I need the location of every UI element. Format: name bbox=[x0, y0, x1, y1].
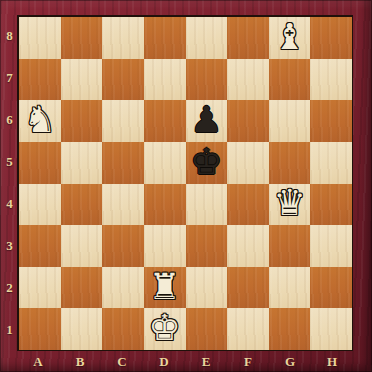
rank-label-1: 1 bbox=[0, 309, 17, 351]
square-f4[interactable] bbox=[227, 184, 269, 226]
square-a6[interactable]: ♞ bbox=[19, 100, 61, 142]
square-c1[interactable] bbox=[102, 308, 144, 350]
rank-label-4: 4 bbox=[0, 183, 17, 225]
square-h8[interactable] bbox=[310, 17, 352, 59]
square-g3[interactable] bbox=[269, 225, 311, 267]
file-label-c: C bbox=[101, 351, 143, 372]
rank-label-2: 2 bbox=[0, 267, 17, 309]
square-e5[interactable]: ♚ bbox=[186, 142, 228, 184]
file-label-g: G bbox=[269, 351, 311, 372]
rank-label-3: 3 bbox=[0, 225, 17, 267]
square-b8[interactable] bbox=[61, 17, 103, 59]
square-e1[interactable] bbox=[186, 308, 228, 350]
square-e4[interactable] bbox=[186, 184, 228, 226]
square-g1[interactable] bbox=[269, 308, 311, 350]
square-f8[interactable] bbox=[227, 17, 269, 59]
square-d7[interactable] bbox=[144, 59, 186, 101]
square-a5[interactable] bbox=[19, 142, 61, 184]
square-f6[interactable] bbox=[227, 100, 269, 142]
square-c6[interactable] bbox=[102, 100, 144, 142]
square-g8[interactable]: ♝ bbox=[269, 17, 311, 59]
square-e8[interactable] bbox=[186, 17, 228, 59]
square-b5[interactable] bbox=[61, 142, 103, 184]
square-d1[interactable]: ♚ bbox=[144, 308, 186, 350]
square-c2[interactable] bbox=[102, 267, 144, 309]
square-h6[interactable] bbox=[310, 100, 352, 142]
square-b2[interactable] bbox=[61, 267, 103, 309]
square-d6[interactable] bbox=[144, 100, 186, 142]
square-b3[interactable] bbox=[61, 225, 103, 267]
square-a2[interactable] bbox=[19, 267, 61, 309]
square-h4[interactable] bbox=[310, 184, 352, 226]
rank-label-7: 7 bbox=[0, 57, 17, 99]
square-e3[interactable] bbox=[186, 225, 228, 267]
square-c7[interactable] bbox=[102, 59, 144, 101]
square-d5[interactable] bbox=[144, 142, 186, 184]
square-g6[interactable] bbox=[269, 100, 311, 142]
square-g5[interactable] bbox=[269, 142, 311, 184]
square-h7[interactable] bbox=[310, 59, 352, 101]
square-b1[interactable] bbox=[61, 308, 103, 350]
square-h5[interactable] bbox=[310, 142, 352, 184]
square-d8[interactable] bbox=[144, 17, 186, 59]
square-f1[interactable] bbox=[227, 308, 269, 350]
square-a1[interactable] bbox=[19, 308, 61, 350]
square-g2[interactable] bbox=[269, 267, 311, 309]
white-queen: ♛ bbox=[273, 185, 305, 221]
file-label-d: D bbox=[143, 351, 185, 372]
rank-label-6: 6 bbox=[0, 99, 17, 141]
board-frame: ♝♞♟♚♛♜♚ 87654321 ABCDEFGH bbox=[0, 0, 372, 372]
white-king: ♚ bbox=[149, 310, 181, 346]
rank-labels: 87654321 bbox=[0, 15, 17, 351]
square-f7[interactable] bbox=[227, 59, 269, 101]
square-e7[interactable] bbox=[186, 59, 228, 101]
file-label-e: E bbox=[185, 351, 227, 372]
square-d2[interactable]: ♜ bbox=[144, 267, 186, 309]
white-knight: ♞ bbox=[24, 102, 56, 138]
square-c8[interactable] bbox=[102, 17, 144, 59]
square-b4[interactable] bbox=[61, 184, 103, 226]
file-labels: ABCDEFGH bbox=[17, 351, 353, 372]
white-bishop: ♝ bbox=[273, 19, 305, 55]
square-b7[interactable] bbox=[61, 59, 103, 101]
square-h2[interactable] bbox=[310, 267, 352, 309]
square-a3[interactable] bbox=[19, 225, 61, 267]
square-g7[interactable] bbox=[269, 59, 311, 101]
square-c4[interactable] bbox=[102, 184, 144, 226]
black-king: ♚ bbox=[190, 144, 222, 180]
square-a8[interactable] bbox=[19, 17, 61, 59]
file-label-b: B bbox=[59, 351, 101, 372]
file-label-a: A bbox=[17, 351, 59, 372]
white-rook: ♜ bbox=[149, 269, 181, 305]
square-g4[interactable]: ♛ bbox=[269, 184, 311, 226]
chess-board: ♝♞♟♚♛♜♚ bbox=[17, 15, 353, 351]
file-label-f: F bbox=[227, 351, 269, 372]
square-f3[interactable] bbox=[227, 225, 269, 267]
square-a4[interactable] bbox=[19, 184, 61, 226]
rank-label-5: 5 bbox=[0, 141, 17, 183]
black-pawn: ♟ bbox=[190, 102, 222, 138]
square-d4[interactable] bbox=[144, 184, 186, 226]
square-a7[interactable] bbox=[19, 59, 61, 101]
square-e6[interactable]: ♟ bbox=[186, 100, 228, 142]
square-h1[interactable] bbox=[310, 308, 352, 350]
square-e2[interactable] bbox=[186, 267, 228, 309]
square-f5[interactable] bbox=[227, 142, 269, 184]
square-b6[interactable] bbox=[61, 100, 103, 142]
square-f2[interactable] bbox=[227, 267, 269, 309]
file-label-h: H bbox=[311, 351, 353, 372]
square-c3[interactable] bbox=[102, 225, 144, 267]
square-c5[interactable] bbox=[102, 142, 144, 184]
square-h3[interactable] bbox=[310, 225, 352, 267]
rank-label-8: 8 bbox=[0, 15, 17, 57]
square-d3[interactable] bbox=[144, 225, 186, 267]
